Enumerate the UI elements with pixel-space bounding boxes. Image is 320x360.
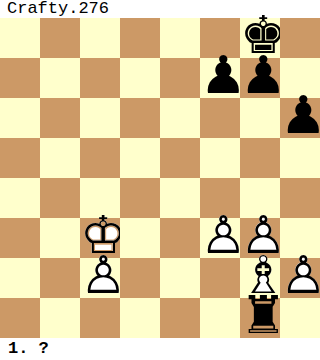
square-b1 xyxy=(40,298,80,338)
black-pawn: ♟ xyxy=(200,58,240,98)
square-b6 xyxy=(40,98,80,138)
square-a7 xyxy=(0,58,40,98)
square-b5 xyxy=(40,138,80,178)
square-g1: ♜ xyxy=(240,298,280,338)
square-b3 xyxy=(40,218,80,258)
square-g6 xyxy=(240,98,280,138)
square-g7: ♟ xyxy=(240,58,280,98)
black-pawn: ♟ xyxy=(280,98,320,138)
square-b4 xyxy=(40,178,80,218)
square-a1 xyxy=(0,298,40,338)
square-d8 xyxy=(120,18,160,58)
square-e7 xyxy=(160,58,200,98)
square-f5 xyxy=(200,138,240,178)
square-a4 xyxy=(0,178,40,218)
square-b8 xyxy=(40,18,80,58)
square-e3 xyxy=(160,218,200,258)
square-e4 xyxy=(160,178,200,218)
square-d1 xyxy=(120,298,160,338)
square-h5 xyxy=(280,138,320,178)
square-d6 xyxy=(120,98,160,138)
square-c8 xyxy=(80,18,120,58)
chess-board: ♚♟♟♟♚♔♟♙♟♙♟♙♝♗♟♙♜ xyxy=(0,18,320,338)
square-a2 xyxy=(0,258,40,298)
square-f6 xyxy=(200,98,240,138)
square-e6 xyxy=(160,98,200,138)
square-a5 xyxy=(0,138,40,178)
square-b7 xyxy=(40,58,80,98)
square-f7: ♟ xyxy=(200,58,240,98)
white-pawn-outline: ♙ xyxy=(80,258,120,298)
square-c2: ♟♙ xyxy=(80,258,120,298)
square-b2 xyxy=(40,258,80,298)
square-d5 xyxy=(120,138,160,178)
square-f2 xyxy=(200,258,240,298)
square-c5 xyxy=(80,138,120,178)
square-e5 xyxy=(160,138,200,178)
square-c7 xyxy=(80,58,120,98)
square-d7 xyxy=(120,58,160,98)
square-a6 xyxy=(0,98,40,138)
square-f3: ♟♙ xyxy=(200,218,240,258)
chess-diagram-window: Crafty.276 ♚♟♟♟♚♔♟♙♟♙♟♙♝♗♟♙♜ 1. ? xyxy=(0,0,320,360)
square-d2 xyxy=(120,258,160,298)
square-c6 xyxy=(80,98,120,138)
square-g5 xyxy=(240,138,280,178)
black-rook: ♜ xyxy=(240,298,280,338)
square-e8 xyxy=(160,18,200,58)
square-f1 xyxy=(200,298,240,338)
white-pawn-outline: ♙ xyxy=(200,218,240,258)
square-a3 xyxy=(0,218,40,258)
square-a8 xyxy=(0,18,40,58)
square-h6: ♟ xyxy=(280,98,320,138)
black-pawn: ♟ xyxy=(240,58,280,98)
square-e1 xyxy=(160,298,200,338)
square-e2 xyxy=(160,258,200,298)
square-c1 xyxy=(80,298,120,338)
square-h1 xyxy=(280,298,320,338)
